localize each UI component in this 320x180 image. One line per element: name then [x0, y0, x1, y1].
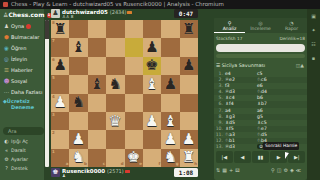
sidebar-footer-ayarlar[interactable]: ⚙Ayarlar — [0, 155, 44, 164]
black-bishop[interactable]: ♝ — [90, 77, 103, 92]
square-a1[interactable]: 1a — [51, 149, 69, 167]
white-pawn[interactable]: ♟ — [145, 114, 158, 129]
analysis-tabs: ⚲Analiz◎İnceleme◔Rapor — [214, 18, 307, 33]
square-b4[interactable]: ♞ — [69, 94, 87, 112]
move-navigation: |◀◀▮▮▶▶| — [216, 151, 305, 163]
panel-board-icon[interactable]: ▣ — [307, 9, 320, 23]
black-king[interactable]: ♚ — [145, 58, 158, 73]
opening-name: Sicilya Savunması — [222, 63, 265, 68]
free-trial-link[interactable]: ◆ÜcretsizDeneme — [0, 98, 44, 112]
sidebar-footer-i-a-[interactable]: ◐Işığı Aç — [0, 137, 44, 146]
bottom-player-avatar[interactable]: ♚ — [51, 168, 60, 177]
square-b6[interactable] — [69, 57, 87, 75]
sidebar-item-bulmacalar[interactable]: ⬢Bulmacalar — [0, 32, 44, 43]
theme-toggle-icon: ◐ — [3, 137, 10, 146]
bottom-player-rating: (2571) — [107, 168, 124, 174]
panel-bottom-icons: ⇅▦+⚄⚲◫⚙◈≪ — [216, 166, 305, 174]
black-rook[interactable]: ♜ — [53, 22, 66, 37]
settings-gear-icon[interactable]: ⚙ — [283, 167, 287, 173]
square-f7[interactable]: ♟ — [143, 38, 161, 56]
jump-end-button[interactable]: ▶| — [288, 151, 305, 163]
square-a8[interactable]: ♜8 — [51, 20, 69, 38]
square-c6[interactable] — [88, 57, 106, 75]
top-player-avatar[interactable]: ♟ — [51, 9, 60, 18]
square-b2[interactable]: ♟ — [69, 130, 87, 148]
square-e2[interactable] — [125, 130, 143, 148]
news-icon: ☰ — [3, 65, 10, 76]
bottom-player-captured-pieces: ♟ — [62, 174, 66, 179]
bottom-player-clock: 1:08 — [174, 168, 198, 177]
square-f8[interactable] — [143, 20, 161, 38]
square-d8[interactable] — [106, 20, 124, 38]
game-review-icon: ◎ — [245, 20, 276, 26]
square-a7[interactable]: 7 — [51, 38, 69, 56]
square-e4[interactable] — [125, 94, 143, 112]
square-a2[interactable]: 2 — [51, 130, 69, 148]
file-label: g — [176, 162, 179, 166]
square-c2[interactable] — [88, 130, 106, 148]
square-c7[interactable] — [88, 38, 106, 56]
square-g7[interactable] — [161, 38, 179, 56]
top-player-rating: (2434) — [110, 9, 127, 15]
panel-star-icon[interactable]: ✦ — [307, 23, 320, 37]
square-a3[interactable]: 3 — [51, 112, 69, 130]
prev-move-button[interactable]: ◀ — [234, 151, 251, 163]
square-c5[interactable]: ♝ — [88, 75, 106, 93]
square-f6[interactable]: ♚ — [143, 57, 161, 75]
window-title: Chess - Play & Learn - dutchwizard05 vs … — [11, 1, 224, 7]
tab-rapor[interactable]: ◔Rapor — [276, 18, 307, 33]
evaluation-bar-black-part — [45, 20, 49, 39]
square-b3[interactable] — [69, 112, 87, 130]
rank-label: 3 — [52, 113, 55, 117]
square-a6[interactable]: ♟6 — [51, 57, 69, 75]
file-label: h — [194, 162, 197, 166]
move-list: 1.e4c52.♕e2♘c63.f3e64.♕d3♘d45.♗c4b66.♗f4… — [214, 71, 307, 150]
gear-icon: ⚙ — [3, 155, 10, 164]
square-h1[interactable]: ♜h — [180, 149, 198, 167]
rank-label: 8 — [52, 21, 55, 25]
report-icon: ◔ — [276, 20, 307, 26]
rank-label: 4 — [52, 95, 55, 99]
black-pawn[interactable]: ♟ — [53, 58, 66, 73]
engine-name: Stockfish 17 — [216, 36, 242, 41]
chess-board[interactable]: ♜8♜7♝♟♟6♚♟5♝♞♝♟♟4♞3♛♟♝2♟♟♟1a♞bcd♚ef♞g♜h — [51, 20, 198, 167]
support-icon: ? — [3, 164, 10, 173]
file-label: a — [66, 162, 69, 166]
square-h5[interactable] — [180, 75, 198, 93]
square-c3[interactable] — [88, 112, 106, 130]
notification-badge — [26, 24, 31, 29]
bottom-player-flag-icon — [125, 170, 130, 174]
learn-icon: ◉ — [3, 43, 10, 54]
square-d6[interactable] — [106, 57, 124, 75]
right-toolbar-strip: ▣✦☷▪ — [307, 9, 320, 180]
tab-analiz[interactable]: ⚲Analiz — [214, 18, 245, 33]
square-b1[interactable]: ♞b — [69, 149, 87, 167]
square-g4[interactable] — [161, 94, 179, 112]
square-e1[interactable]: ♚e — [125, 149, 143, 167]
square-g2[interactable]: ♟ — [161, 130, 179, 148]
square-d2[interactable] — [106, 130, 124, 148]
square-f3[interactable]: ♟ — [143, 112, 161, 130]
chesscom-logo[interactable]: ♙Chess.com1 — [0, 9, 44, 21]
square-f1[interactable]: f — [143, 149, 161, 167]
black-knight[interactable]: ♞ — [72, 95, 85, 110]
square-h6[interactable]: ♟ — [180, 57, 198, 75]
top-player-captured-pieces: ♙♙ 8 — [62, 15, 74, 20]
square-b8[interactable] — [69, 20, 87, 38]
mouse-cursor — [285, 152, 289, 159]
square-a5[interactable]: 5 — [51, 75, 69, 93]
evaluation-wide-bar — [216, 44, 305, 52]
bottom-player-name[interactable]: Rusencik0000 (2571) — [62, 168, 130, 174]
file-label: e — [139, 162, 142, 166]
sidebar-nav: ♟Oyna⬢Bulmacalar◉Öğren◎İzleyin☰Haberler☻… — [0, 21, 44, 98]
square-e6[interactable] — [125, 57, 143, 75]
top-player-flag-icon — [127, 11, 132, 15]
square-e8[interactable] — [125, 20, 143, 38]
square-g6[interactable] — [161, 57, 179, 75]
sidebar-footer-destek[interactable]: ?Destek — [0, 164, 44, 173]
square-f2[interactable] — [143, 130, 161, 148]
rank-label: 5 — [52, 76, 55, 80]
collapse-icon: « — [3, 146, 10, 155]
file-label: f — [159, 162, 161, 166]
bottom-player-bar: ♚ Rusencik0000 (2571) ♟ 1:08 — [51, 168, 198, 178]
file-label: d — [121, 162, 124, 166]
square-g8[interactable] — [161, 20, 179, 38]
top-player-clock: 0:47 — [174, 9, 198, 18]
black-bishop[interactable]: ♝ — [72, 40, 85, 55]
square-c1[interactable]: c — [88, 149, 106, 167]
white-bishop[interactable]: ♝ — [164, 114, 177, 129]
announce-icon[interactable]: ◈ — [290, 167, 294, 173]
analysis-panel: ⚲Analiz◎İnceleme◔Rapor Stockfish 17Derin… — [214, 18, 307, 180]
square-g3[interactable]: ♝ — [161, 112, 179, 130]
sidebar: ♙Chess.com1 ♟Oyna⬢Bulmacalar◉Öğren◎İzley… — [0, 9, 44, 180]
rank-label: 6 — [52, 58, 55, 62]
evaluation-bar — [45, 20, 49, 167]
square-f4[interactable] — [143, 94, 161, 112]
black-pawn[interactable]: ♟ — [164, 77, 177, 92]
pawn-icon: ♟ — [3, 21, 10, 32]
panel-dot-icon[interactable]: ▪ — [307, 51, 320, 65]
file-label: b — [84, 162, 87, 166]
square-d7[interactable] — [106, 38, 124, 56]
openings-book-icon[interactable]: ◫ — [277, 167, 282, 173]
sidebar-item-sosyal[interactable]: ☻Sosyal — [0, 76, 44, 87]
square-h7[interactable] — [180, 38, 198, 56]
square-b5[interactable] — [69, 75, 87, 93]
sidebar-footer: ◐Işığı Aç«Daralt⚙Ayarlar?Destek — [0, 137, 44, 173]
square-e5[interactable] — [125, 75, 143, 93]
square-c8[interactable] — [88, 20, 106, 38]
black-pawn[interactable]: ♟ — [145, 40, 158, 55]
black-pawn[interactable]: ♟ — [182, 58, 195, 73]
window-title-bar: Chess - Play & Learn - dutchwizard05 vs … — [0, 0, 320, 9]
tab-i̇nceleme[interactable]: ◎İnceleme — [245, 18, 276, 33]
puzzle-icon: ⬢ — [3, 32, 10, 43]
square-f5[interactable]: ♝ — [143, 75, 161, 93]
square-d4[interactable] — [106, 94, 124, 112]
sidebar-item--ren[interactable]: ◉Öğren — [0, 43, 44, 54]
practice-icon[interactable]: ⚄ — [235, 167, 239, 173]
opening-name-row[interactable]: ☰ Sicilya Savunması◫▲ — [216, 62, 305, 70]
square-d5[interactable]: ♞ — [106, 75, 124, 93]
square-h4[interactable] — [180, 94, 198, 112]
square-b7[interactable]: ♝ — [69, 38, 87, 56]
explorer-icon[interactable]: ⚲ — [271, 167, 275, 173]
setup-board-icon[interactable]: ▦ — [222, 167, 227, 173]
jump-start-button[interactable]: |◀ — [216, 151, 233, 163]
sidebar-footer-daralt[interactable]: «Daralt — [0, 146, 44, 155]
analysis-magnifier-icon: ⚲ — [214, 20, 245, 26]
white-pawn[interactable]: ♟ — [164, 132, 177, 147]
rank-label: 2 — [52, 131, 55, 135]
add-icon[interactable]: + — [229, 167, 233, 173]
engine-depth[interactable]: Derinlik=18 — [279, 35, 305, 42]
black-rook[interactable]: ♜ — [182, 22, 195, 37]
white-pawn[interactable]: ♟ — [182, 132, 195, 147]
engine-row: Stockfish 17Derinlik=18 — [216, 35, 305, 42]
flip-board-icon[interactable]: ⇅ — [216, 167, 220, 173]
square-g5[interactable]: ♟ — [161, 75, 179, 93]
sidebar-item-oyna[interactable]: ♟Oyna — [0, 21, 44, 32]
rank-label: 7 — [52, 39, 55, 43]
square-e3[interactable] — [125, 112, 143, 130]
sidebar-item-i-zleyin[interactable]: ◎İzleyin — [0, 54, 44, 65]
square-d3[interactable]: ♛ — [106, 112, 124, 130]
square-e7[interactable] — [125, 38, 143, 56]
share-icon[interactable]: ≪ — [296, 167, 301, 173]
social-icon: ☻ — [3, 76, 10, 87]
square-h3[interactable] — [180, 112, 198, 130]
top-player-bar: ♟ dutchwizard05 (2434) ♙♙ 8 0:47 — [51, 9, 198, 19]
square-a4[interactable]: ♟4 — [51, 94, 69, 112]
square-h8[interactable]: ♜ — [180, 20, 198, 38]
more-icon: ⋯ — [3, 87, 10, 98]
white-pawn[interactable]: ♟ — [53, 95, 66, 110]
square-h2[interactable]: ♟ — [180, 130, 198, 148]
panel-layers-icon[interactable]: ☷ — [307, 37, 320, 51]
black-knight[interactable]: ♞ — [109, 77, 122, 92]
sidebar-item-haberler[interactable]: ☰Haberler — [0, 65, 44, 76]
white-queen[interactable]: ♛ — [109, 114, 122, 129]
white-move[interactable]: ♕d3 — [225, 144, 257, 150]
sidebar-item-daha-fazlas-[interactable]: ⋯Daha Fazlası — [0, 87, 44, 98]
engine-line-bar — [216, 54, 305, 58]
app-icon — [3, 2, 8, 7]
white-pawn[interactable]: ♟ — [72, 132, 85, 147]
file-label: c — [103, 162, 105, 166]
rank-label: 1 — [52, 150, 55, 154]
square-g1[interactable]: ♞g — [161, 149, 179, 167]
opening-book-icon[interactable]: ◫▲ — [296, 62, 304, 70]
play-pause-button[interactable]: ▮▮ — [252, 151, 269, 163]
square-d1[interactable]: d — [106, 149, 124, 167]
white-bishop[interactable]: ♝ — [145, 77, 158, 92]
square-c4[interactable] — [88, 94, 106, 112]
watch-icon: ◎ — [3, 54, 10, 65]
next-move-tooltip: Sonraki Hamle — [263, 142, 299, 150]
search-input[interactable]: Ara — [3, 127, 44, 135]
